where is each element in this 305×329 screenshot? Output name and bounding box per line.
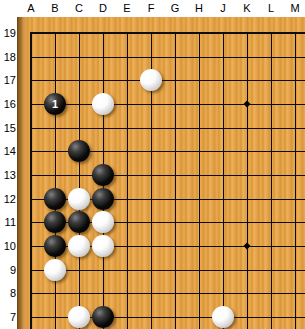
grid-hline-16 <box>30 104 305 105</box>
stone-d16-white[interactable] <box>92 93 114 115</box>
stone-d7-black[interactable] <box>92 306 114 328</box>
column-label-M: M <box>290 2 299 15</box>
grid-vline-H <box>199 32 200 329</box>
stone-b10-black[interactable] <box>44 235 66 257</box>
column-label-J: J <box>220 2 226 15</box>
stone-b12-black[interactable] <box>44 188 66 210</box>
row-label-18: 18 <box>0 50 16 62</box>
row-label-11: 11 <box>0 216 16 228</box>
row-label-7: 7 <box>0 311 16 323</box>
grid-vline-A <box>30 32 32 329</box>
stone-d10-white[interactable] <box>92 235 114 257</box>
grid-vline-L <box>271 32 272 329</box>
row-label-15: 15 <box>0 121 16 133</box>
grid-vline-J <box>223 32 224 329</box>
column-label-H: H <box>195 2 203 15</box>
grid-hline-13 <box>30 175 305 176</box>
stone-b16-black[interactable]: 1 <box>44 93 66 115</box>
grid-vline-K <box>247 32 248 329</box>
row-label-16: 16 <box>0 98 16 110</box>
stone-c10-white[interactable] <box>68 235 90 257</box>
stone-c7-white[interactable] <box>68 306 90 328</box>
grid-hline-15 <box>30 128 305 129</box>
stone-j7-white[interactable] <box>212 306 234 328</box>
grid-hline-19 <box>30 32 305 34</box>
column-label-K: K <box>243 2 250 15</box>
stone-d13-black[interactable] <box>92 164 114 186</box>
move-number-label: 1 <box>52 99 58 110</box>
column-label-F: F <box>148 2 155 15</box>
grid-vline-E <box>127 32 128 329</box>
row-label-19: 19 <box>0 27 16 39</box>
grid-vline-C <box>79 32 80 329</box>
grid-vline-B <box>55 32 56 329</box>
stone-b11-black[interactable] <box>44 211 66 233</box>
column-label-E: E <box>123 2 130 15</box>
go-board[interactable] <box>17 17 305 329</box>
column-label-C: C <box>75 2 83 15</box>
go-board-window: ABCDEFGHJKLM19181716151413121110987 1 <box>0 0 305 329</box>
grid-vline-G <box>175 32 176 329</box>
row-label-13: 13 <box>0 169 16 181</box>
stone-f17-white[interactable] <box>140 69 162 91</box>
column-label-L: L <box>268 2 274 15</box>
stone-d12-black[interactable] <box>92 188 114 210</box>
column-label-G: G <box>171 2 180 15</box>
stone-c12-white[interactable] <box>68 188 90 210</box>
stone-c14-black[interactable] <box>68 140 90 162</box>
row-label-8: 8 <box>0 287 16 299</box>
column-label-A: A <box>27 2 34 15</box>
row-label-12: 12 <box>0 192 16 204</box>
column-label-D: D <box>99 2 107 15</box>
stone-d11-white[interactable] <box>92 211 114 233</box>
row-label-9: 9 <box>0 263 16 275</box>
grid-vline-M <box>295 32 296 329</box>
row-label-10: 10 <box>0 240 16 252</box>
row-label-17: 17 <box>0 74 16 86</box>
column-label-B: B <box>51 2 58 15</box>
stone-b9-white[interactable] <box>44 259 66 281</box>
grid-hline-18 <box>30 57 305 58</box>
row-label-14: 14 <box>0 145 16 157</box>
grid-hline-17 <box>30 80 305 81</box>
grid-hline-9 <box>30 270 305 271</box>
stone-c11-black[interactable] <box>68 211 90 233</box>
grid-hline-8 <box>30 293 305 294</box>
